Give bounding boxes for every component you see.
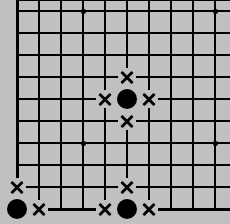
grid-line-horizontal bbox=[16, 10, 230, 12]
liberty-mark-x[interactable] bbox=[30, 200, 48, 218]
grid-line-horizontal bbox=[16, 54, 230, 56]
grid-line-horizontal bbox=[16, 32, 230, 34]
x-mark-icon bbox=[121, 71, 134, 84]
x-mark-icon bbox=[33, 203, 46, 216]
liberty-mark-x[interactable] bbox=[140, 200, 158, 218]
x-mark-icon bbox=[143, 203, 156, 216]
grid-line-horizontal-cropped bbox=[16, 0, 230, 1]
liberty-mark-x[interactable] bbox=[118, 178, 136, 196]
black-stone-disc: ● bbox=[117, 199, 137, 219]
black-stone[interactable]: ● bbox=[113, 195, 141, 223]
liberty-mark-x[interactable] bbox=[96, 200, 114, 218]
star-point bbox=[81, 9, 86, 14]
black-stone-disc: ● bbox=[7, 199, 27, 219]
black-stone[interactable]: ● bbox=[113, 85, 141, 113]
go-board-diagram: ●●● bbox=[0, 0, 230, 224]
x-mark-icon bbox=[11, 181, 24, 194]
x-mark-icon bbox=[121, 181, 134, 194]
grid-line-horizontal bbox=[16, 164, 230, 166]
x-mark-icon bbox=[99, 203, 112, 216]
liberty-mark-x[interactable] bbox=[8, 178, 26, 196]
x-mark-icon bbox=[143, 93, 156, 106]
black-stone-disc: ● bbox=[117, 89, 137, 109]
grid-line-horizontal bbox=[16, 142, 230, 144]
black-stone[interactable]: ● bbox=[3, 195, 31, 223]
liberty-mark-x[interactable] bbox=[118, 68, 136, 86]
liberty-mark-x[interactable] bbox=[118, 112, 136, 130]
go-board[interactable]: ●●● bbox=[0, 0, 230, 224]
star-point bbox=[81, 141, 86, 146]
star-point bbox=[213, 9, 218, 14]
liberty-mark-x[interactable] bbox=[140, 90, 158, 108]
star-point bbox=[213, 141, 218, 146]
liberty-mark-x[interactable] bbox=[96, 90, 114, 108]
x-mark-icon bbox=[99, 93, 112, 106]
x-mark-icon bbox=[121, 115, 134, 128]
